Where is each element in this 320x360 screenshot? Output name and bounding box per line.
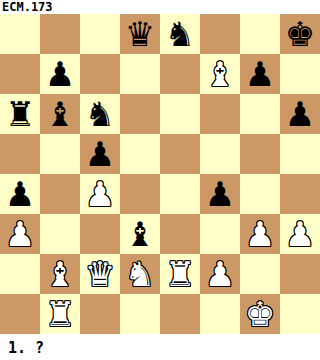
piece-white-rook: ♜ bbox=[45, 294, 75, 334]
square-e8[interactable]: ♞ bbox=[160, 14, 200, 54]
square-c7[interactable] bbox=[80, 54, 120, 94]
piece-black-pawn: ♟ bbox=[5, 174, 35, 214]
square-d8[interactable]: ♛ bbox=[120, 14, 160, 54]
square-a7[interactable] bbox=[0, 54, 40, 94]
square-a3[interactable]: ♟ bbox=[0, 214, 40, 254]
square-h1[interactable] bbox=[280, 294, 320, 334]
chess-board: ♛♞♚♟♝♟♜♝♞♟♟♟♟♟♟♝♟♟♝♛♞♜♟♜♚ bbox=[0, 14, 320, 334]
position-title: ECM.173 bbox=[0, 0, 320, 14]
square-c6[interactable]: ♞ bbox=[80, 94, 120, 134]
square-h3[interactable]: ♟ bbox=[280, 214, 320, 254]
square-f1[interactable] bbox=[200, 294, 240, 334]
square-g6[interactable] bbox=[240, 94, 280, 134]
piece-white-pawn: ♟ bbox=[5, 214, 35, 254]
square-b8[interactable] bbox=[40, 14, 80, 54]
piece-black-pawn: ♟ bbox=[45, 54, 75, 94]
square-a4[interactable]: ♟ bbox=[0, 174, 40, 214]
square-e7[interactable] bbox=[160, 54, 200, 94]
square-h6[interactable]: ♟ bbox=[280, 94, 320, 134]
piece-white-knight: ♞ bbox=[125, 254, 155, 294]
square-d6[interactable] bbox=[120, 94, 160, 134]
square-c1[interactable] bbox=[80, 294, 120, 334]
square-c5[interactable]: ♟ bbox=[80, 134, 120, 174]
square-g1[interactable]: ♚ bbox=[240, 294, 280, 334]
piece-black-knight: ♞ bbox=[165, 14, 195, 54]
square-c3[interactable] bbox=[80, 214, 120, 254]
square-b4[interactable] bbox=[40, 174, 80, 214]
square-e5[interactable] bbox=[160, 134, 200, 174]
square-h4[interactable] bbox=[280, 174, 320, 214]
piece-black-queen: ♛ bbox=[125, 14, 155, 54]
square-g4[interactable] bbox=[240, 174, 280, 214]
piece-black-rook: ♜ bbox=[5, 94, 35, 134]
square-g7[interactable]: ♟ bbox=[240, 54, 280, 94]
square-b2[interactable]: ♝ bbox=[40, 254, 80, 294]
square-h7[interactable] bbox=[280, 54, 320, 94]
square-f3[interactable] bbox=[200, 214, 240, 254]
piece-white-rook: ♜ bbox=[165, 254, 195, 294]
square-a5[interactable] bbox=[0, 134, 40, 174]
square-d1[interactable] bbox=[120, 294, 160, 334]
square-g5[interactable] bbox=[240, 134, 280, 174]
square-c2[interactable]: ♛ bbox=[80, 254, 120, 294]
square-d3[interactable]: ♝ bbox=[120, 214, 160, 254]
piece-white-queen: ♛ bbox=[85, 254, 115, 294]
piece-white-pawn: ♟ bbox=[85, 174, 115, 214]
piece-black-pawn: ♟ bbox=[245, 54, 275, 94]
square-f6[interactable] bbox=[200, 94, 240, 134]
square-e6[interactable] bbox=[160, 94, 200, 134]
piece-white-pawn: ♟ bbox=[205, 254, 235, 294]
square-h2[interactable] bbox=[280, 254, 320, 294]
square-h5[interactable] bbox=[280, 134, 320, 174]
square-f2[interactable]: ♟ bbox=[200, 254, 240, 294]
piece-black-pawn: ♟ bbox=[85, 134, 115, 174]
square-g2[interactable] bbox=[240, 254, 280, 294]
square-b1[interactable]: ♜ bbox=[40, 294, 80, 334]
square-e2[interactable]: ♜ bbox=[160, 254, 200, 294]
square-a1[interactable] bbox=[0, 294, 40, 334]
square-b5[interactable] bbox=[40, 134, 80, 174]
square-d5[interactable] bbox=[120, 134, 160, 174]
square-a6[interactable]: ♜ bbox=[0, 94, 40, 134]
square-f5[interactable] bbox=[200, 134, 240, 174]
square-e1[interactable] bbox=[160, 294, 200, 334]
square-g8[interactable] bbox=[240, 14, 280, 54]
square-e3[interactable] bbox=[160, 214, 200, 254]
piece-black-pawn: ♟ bbox=[205, 174, 235, 214]
piece-white-bishop: ♝ bbox=[45, 254, 75, 294]
square-f4[interactable]: ♟ bbox=[200, 174, 240, 214]
square-g3[interactable]: ♟ bbox=[240, 214, 280, 254]
square-f7[interactable]: ♝ bbox=[200, 54, 240, 94]
square-c4[interactable]: ♟ bbox=[80, 174, 120, 214]
square-d4[interactable] bbox=[120, 174, 160, 214]
square-f8[interactable] bbox=[200, 14, 240, 54]
square-c8[interactable] bbox=[80, 14, 120, 54]
piece-white-king: ♚ bbox=[245, 294, 275, 334]
square-b6[interactable]: ♝ bbox=[40, 94, 80, 134]
piece-white-bishop: ♝ bbox=[205, 54, 235, 94]
piece-white-pawn: ♟ bbox=[285, 214, 315, 254]
square-d2[interactable]: ♞ bbox=[120, 254, 160, 294]
square-h8[interactable]: ♚ bbox=[280, 14, 320, 54]
square-b7[interactable]: ♟ bbox=[40, 54, 80, 94]
piece-black-knight: ♞ bbox=[85, 94, 115, 134]
square-b3[interactable] bbox=[40, 214, 80, 254]
square-d7[interactable] bbox=[120, 54, 160, 94]
square-a8[interactable] bbox=[0, 14, 40, 54]
piece-black-pawn: ♟ bbox=[285, 94, 315, 134]
square-a2[interactable] bbox=[0, 254, 40, 294]
square-e4[interactable] bbox=[160, 174, 200, 214]
piece-black-bishop: ♝ bbox=[45, 94, 75, 134]
piece-black-bishop: ♝ bbox=[125, 214, 155, 254]
piece-white-pawn: ♟ bbox=[245, 214, 275, 254]
move-prompt: 1. ? bbox=[0, 339, 320, 357]
piece-black-king: ♚ bbox=[285, 14, 315, 54]
